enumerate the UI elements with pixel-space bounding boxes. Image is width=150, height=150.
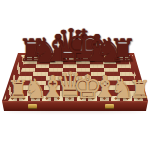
chess-set-photo: ♜♞♝♛♚♝♞♜♜♞♝♛♚♝♞♜ xyxy=(0,0,150,150)
drop-shadow xyxy=(6,110,144,113)
dark-rook-h8: ♜ xyxy=(109,35,137,66)
brass-hinge-right-icon xyxy=(105,104,114,109)
light-rook-h1: ♜ xyxy=(129,77,150,102)
brass-hinge-left-icon xyxy=(28,104,37,109)
